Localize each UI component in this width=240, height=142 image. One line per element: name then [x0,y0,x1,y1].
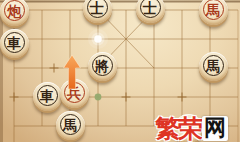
move-indicators [0,0,240,142]
move-hint-arrow-icon [64,55,81,89]
xiangqi-game-screenshot: 炮士士馬車將馬車兵馬 繁荣网 [0,0,240,142]
highlight-glow-dot[interactable] [88,29,108,49]
